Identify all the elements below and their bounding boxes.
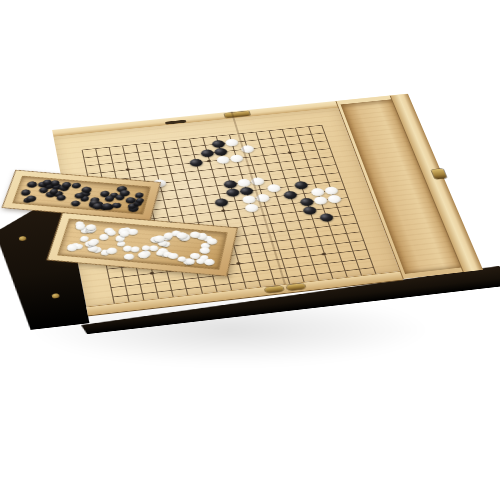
- black-tray-stone: [71, 182, 81, 188]
- black-tray-stone: [135, 197, 145, 203]
- white-tray-stone: [123, 253, 135, 260]
- go-board-assembly: [52, 94, 482, 315]
- white-tray-stone: [106, 230, 117, 236]
- black-tray-stone: [56, 195, 67, 201]
- white-tray-stone: [199, 247, 210, 254]
- white-tray-stone: [106, 247, 118, 254]
- brass-clasp-icon: [431, 169, 446, 180]
- white-tray-stone: [206, 238, 217, 245]
- black-tray-stone: [71, 200, 82, 206]
- black-tray-stone: [112, 203, 122, 209]
- black-tray-stone: [26, 181, 38, 188]
- white-tray-stone: [130, 246, 140, 252]
- white-tray-stone: [138, 251, 150, 259]
- white-tray-stone: [203, 258, 215, 266]
- black-tray-stone: [61, 182, 72, 188]
- brass-knob-icon: [52, 293, 60, 299]
- white-tray-stone: [119, 230, 130, 237]
- product-photo-canvas: [0, 0, 500, 500]
- brass-knob-icon: [19, 236, 27, 241]
- black-tray-stone: [104, 195, 115, 202]
- white-tray-stone: [66, 245, 78, 252]
- black-tray-stone: [119, 190, 131, 197]
- perspective-scene: [0, 0, 500, 500]
